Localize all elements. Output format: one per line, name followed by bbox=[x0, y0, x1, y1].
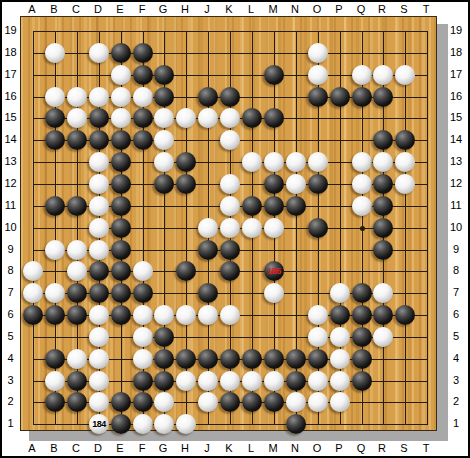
black-stone[interactable]: 185 bbox=[264, 261, 284, 281]
column-label: A bbox=[22, 442, 42, 454]
white-stone[interactable] bbox=[89, 43, 109, 63]
black-stone[interactable] bbox=[111, 130, 131, 150]
black-stone[interactable] bbox=[67, 130, 87, 150]
row-label: 7 bbox=[447, 286, 465, 298]
white-stone[interactable] bbox=[89, 305, 109, 325]
white-stone[interactable] bbox=[176, 305, 196, 325]
column-label: Q bbox=[351, 3, 371, 15]
white-stone[interactable] bbox=[242, 218, 262, 238]
row-label: 5 bbox=[447, 330, 465, 342]
black-stone[interactable] bbox=[176, 349, 196, 369]
white-stone[interactable] bbox=[308, 392, 328, 412]
white-stone[interactable] bbox=[89, 87, 109, 107]
white-stone[interactable] bbox=[89, 174, 109, 194]
row-label: 5 bbox=[2, 330, 19, 342]
black-stone[interactable] bbox=[352, 87, 372, 107]
white-stone[interactable] bbox=[23, 283, 43, 303]
black-stone[interactable] bbox=[308, 218, 328, 238]
black-stone[interactable] bbox=[264, 196, 284, 216]
white-stone[interactable] bbox=[133, 327, 153, 347]
row-label: 4 bbox=[2, 352, 19, 364]
black-stone[interactable] bbox=[111, 283, 131, 303]
row-label: 12 bbox=[447, 177, 465, 189]
white-stone[interactable] bbox=[220, 108, 240, 128]
row-label: 10 bbox=[2, 221, 19, 233]
white-stone[interactable] bbox=[45, 371, 65, 391]
white-stone[interactable] bbox=[220, 130, 240, 150]
black-stone[interactable] bbox=[133, 130, 153, 150]
white-stone[interactable] bbox=[198, 392, 218, 412]
white-stone[interactable] bbox=[198, 108, 218, 128]
column-label: P bbox=[329, 3, 349, 15]
white-stone[interactable] bbox=[176, 371, 196, 391]
column-label: G bbox=[153, 442, 173, 454]
white-stone[interactable] bbox=[176, 108, 196, 128]
screenshot-frame: ABCDEFGHJKLMNOPQRST 19181716151413121110… bbox=[0, 0, 470, 458]
white-stone[interactable] bbox=[133, 349, 153, 369]
column-label: O bbox=[307, 3, 327, 15]
white-stone[interactable] bbox=[67, 349, 87, 369]
column-label: B bbox=[44, 3, 64, 15]
black-stone[interactable] bbox=[133, 65, 153, 85]
white-stone[interactable] bbox=[395, 152, 415, 172]
white-stone[interactable] bbox=[352, 152, 372, 172]
black-stone[interactable] bbox=[133, 108, 153, 128]
black-stone[interactable] bbox=[111, 240, 131, 260]
column-label: H bbox=[175, 442, 195, 454]
black-stone[interactable] bbox=[242, 196, 262, 216]
column-label: L bbox=[241, 442, 261, 454]
row-label: 18 bbox=[447, 46, 465, 58]
black-stone[interactable] bbox=[198, 349, 218, 369]
black-stone[interactable] bbox=[45, 196, 65, 216]
white-stone[interactable] bbox=[373, 327, 393, 347]
black-stone[interactable] bbox=[111, 43, 131, 63]
black-stone[interactable] bbox=[373, 240, 393, 260]
white-stone[interactable] bbox=[308, 152, 328, 172]
column-label: D bbox=[88, 442, 108, 454]
white-stone[interactable] bbox=[220, 218, 240, 238]
black-stone[interactable] bbox=[154, 87, 174, 107]
black-stone[interactable] bbox=[286, 371, 306, 391]
white-stone[interactable] bbox=[373, 65, 393, 85]
black-stone[interactable] bbox=[198, 283, 218, 303]
row-label: 17 bbox=[447, 68, 465, 80]
white-stone[interactable] bbox=[154, 305, 174, 325]
column-label: H bbox=[175, 3, 195, 15]
white-stone[interactable] bbox=[111, 87, 131, 107]
row-label: 11 bbox=[2, 199, 19, 211]
white-stone[interactable] bbox=[45, 87, 65, 107]
black-stone[interactable] bbox=[154, 371, 174, 391]
white-stone[interactable] bbox=[286, 174, 306, 194]
column-label: A bbox=[22, 3, 42, 15]
black-stone[interactable] bbox=[154, 65, 174, 85]
row-label: 15 bbox=[2, 111, 19, 123]
column-label: T bbox=[416, 3, 436, 15]
black-stone[interactable] bbox=[373, 305, 393, 325]
white-stone[interactable] bbox=[154, 392, 174, 412]
white-stone[interactable] bbox=[220, 371, 240, 391]
white-stone[interactable] bbox=[89, 349, 109, 369]
column-label: S bbox=[394, 3, 414, 15]
black-stone[interactable] bbox=[45, 108, 65, 128]
white-stone[interactable] bbox=[154, 414, 174, 434]
row-label: 16 bbox=[447, 90, 465, 102]
white-stone[interactable] bbox=[45, 43, 65, 63]
column-label: S bbox=[394, 442, 414, 454]
move-number-label: 185 bbox=[264, 261, 284, 281]
black-stone[interactable] bbox=[111, 174, 131, 194]
white-stone[interactable] bbox=[308, 305, 328, 325]
black-stone[interactable] bbox=[198, 87, 218, 107]
black-stone[interactable] bbox=[111, 305, 131, 325]
white-stone[interactable] bbox=[67, 87, 87, 107]
column-label: M bbox=[263, 442, 283, 454]
black-stone[interactable] bbox=[133, 43, 153, 63]
black-stone[interactable] bbox=[220, 261, 240, 281]
row-label: 12 bbox=[2, 177, 19, 189]
white-stone[interactable] bbox=[330, 392, 350, 412]
black-stone[interactable] bbox=[67, 305, 87, 325]
column-label: G bbox=[153, 3, 173, 15]
column-label: R bbox=[372, 442, 392, 454]
white-stone[interactable] bbox=[220, 174, 240, 194]
black-stone[interactable] bbox=[176, 174, 196, 194]
black-stone[interactable] bbox=[352, 349, 372, 369]
white-stone[interactable] bbox=[286, 152, 306, 172]
column-label: E bbox=[110, 442, 130, 454]
white-stone[interactable] bbox=[220, 196, 240, 216]
white-stone[interactable] bbox=[220, 305, 240, 325]
black-stone[interactable] bbox=[352, 327, 372, 347]
black-stone[interactable] bbox=[89, 130, 109, 150]
black-stone[interactable] bbox=[67, 196, 87, 216]
white-stone[interactable] bbox=[242, 152, 262, 172]
white-stone[interactable] bbox=[373, 283, 393, 303]
row-label: 17 bbox=[2, 68, 19, 80]
white-stone[interactable] bbox=[176, 414, 196, 434]
column-label: P bbox=[329, 442, 349, 454]
white-stone[interactable] bbox=[308, 371, 328, 391]
black-stone[interactable] bbox=[220, 392, 240, 412]
column-label: F bbox=[132, 442, 152, 454]
white-stone[interactable] bbox=[67, 108, 87, 128]
white-stone[interactable] bbox=[352, 174, 372, 194]
white-stone[interactable] bbox=[45, 240, 65, 260]
white-stone[interactable] bbox=[264, 152, 284, 172]
row-label: 15 bbox=[447, 111, 465, 123]
column-label: D bbox=[88, 3, 108, 15]
white-stone[interactable] bbox=[67, 240, 87, 260]
black-stone[interactable] bbox=[133, 283, 153, 303]
row-label: 14 bbox=[2, 133, 19, 145]
black-stone[interactable] bbox=[286, 196, 306, 216]
black-stone[interactable] bbox=[154, 174, 174, 194]
black-stone[interactable] bbox=[111, 392, 131, 412]
white-stone[interactable] bbox=[133, 414, 153, 434]
white-stone[interactable] bbox=[133, 87, 153, 107]
row-label: 19 bbox=[447, 24, 465, 36]
column-label: C bbox=[66, 442, 86, 454]
white-stone[interactable] bbox=[89, 240, 109, 260]
white-stone[interactable] bbox=[198, 305, 218, 325]
white-stone[interactable] bbox=[242, 371, 262, 391]
white-stone[interactable] bbox=[45, 283, 65, 303]
column-label: N bbox=[285, 3, 305, 15]
black-stone[interactable] bbox=[264, 392, 284, 412]
black-stone[interactable] bbox=[373, 87, 393, 107]
black-stone[interactable] bbox=[111, 196, 131, 216]
black-stone[interactable] bbox=[89, 261, 109, 281]
column-label: C bbox=[66, 3, 86, 15]
black-stone[interactable] bbox=[264, 65, 284, 85]
black-stone[interactable] bbox=[352, 371, 372, 391]
black-stone[interactable] bbox=[89, 108, 109, 128]
star-point bbox=[360, 226, 365, 231]
black-stone[interactable] bbox=[133, 392, 153, 412]
row-label: 6 bbox=[2, 308, 19, 320]
white-stone[interactable] bbox=[308, 65, 328, 85]
black-stone[interactable] bbox=[373, 174, 393, 194]
black-stone[interactable] bbox=[176, 261, 196, 281]
white-stone[interactable] bbox=[133, 261, 153, 281]
black-stone[interactable] bbox=[373, 130, 393, 150]
black-stone[interactable] bbox=[176, 152, 196, 172]
black-stone[interactable] bbox=[352, 283, 372, 303]
white-stone[interactable] bbox=[395, 65, 415, 85]
row-label: 3 bbox=[447, 374, 465, 386]
row-label: 7 bbox=[2, 286, 19, 298]
goban[interactable]: 185184 bbox=[20, 16, 437, 431]
black-stone[interactable] bbox=[395, 305, 415, 325]
column-label: F bbox=[132, 3, 152, 15]
black-stone[interactable] bbox=[67, 392, 87, 412]
column-label: B bbox=[44, 442, 64, 454]
black-stone[interactable] bbox=[45, 130, 65, 150]
row-label: 2 bbox=[447, 395, 465, 407]
black-stone[interactable] bbox=[352, 305, 372, 325]
black-stone[interactable] bbox=[154, 349, 174, 369]
black-stone[interactable] bbox=[330, 305, 350, 325]
move-number-label: 184 bbox=[89, 414, 109, 434]
black-stone[interactable] bbox=[395, 130, 415, 150]
white-stone[interactable] bbox=[67, 261, 87, 281]
black-stone[interactable] bbox=[111, 261, 131, 281]
white-stone[interactable] bbox=[395, 174, 415, 194]
row-label: 9 bbox=[447, 243, 465, 255]
black-stone[interactable] bbox=[111, 152, 131, 172]
black-stone[interactable] bbox=[220, 349, 240, 369]
black-stone[interactable] bbox=[242, 349, 262, 369]
black-stone[interactable] bbox=[45, 305, 65, 325]
white-stone[interactable] bbox=[308, 43, 328, 63]
white-stone[interactable] bbox=[89, 327, 109, 347]
white-stone[interactable] bbox=[373, 152, 393, 172]
white-stone[interactable] bbox=[264, 218, 284, 238]
black-stone[interactable] bbox=[45, 349, 65, 369]
row-label: 2 bbox=[2, 395, 19, 407]
column-label: M bbox=[263, 3, 283, 15]
column-label: K bbox=[219, 3, 239, 15]
black-stone[interactable] bbox=[308, 174, 328, 194]
white-stone[interactable] bbox=[133, 305, 153, 325]
white-stone[interactable] bbox=[330, 283, 350, 303]
row-label: 6 bbox=[447, 308, 465, 320]
black-stone[interactable] bbox=[308, 349, 328, 369]
white-stone[interactable] bbox=[198, 218, 218, 238]
row-label: 16 bbox=[2, 90, 19, 102]
white-stone[interactable] bbox=[89, 196, 109, 216]
white-stone[interactable] bbox=[154, 130, 174, 150]
white-stone[interactable] bbox=[330, 349, 350, 369]
row-label: 4 bbox=[447, 352, 465, 364]
row-label: 18 bbox=[2, 46, 19, 58]
white-stone[interactable] bbox=[352, 196, 372, 216]
black-stone[interactable] bbox=[308, 87, 328, 107]
black-stone[interactable] bbox=[111, 218, 131, 238]
white-stone[interactable] bbox=[154, 108, 174, 128]
white-stone[interactable] bbox=[89, 392, 109, 412]
row-label: 10 bbox=[447, 221, 465, 233]
column-label: J bbox=[197, 3, 217, 15]
row-label: 9 bbox=[2, 243, 19, 255]
black-stone[interactable] bbox=[220, 240, 240, 260]
white-stone[interactable]: 184 bbox=[89, 414, 109, 434]
black-stone[interactable] bbox=[67, 283, 87, 303]
black-stone[interactable] bbox=[198, 240, 218, 260]
column-label: K bbox=[219, 442, 239, 454]
column-label: N bbox=[285, 442, 305, 454]
white-stone[interactable] bbox=[264, 371, 284, 391]
row-label: 1 bbox=[447, 417, 465, 429]
black-stone[interactable] bbox=[154, 327, 174, 347]
black-stone[interactable] bbox=[286, 414, 306, 434]
black-stone[interactable] bbox=[264, 174, 284, 194]
row-label: 13 bbox=[447, 155, 465, 167]
black-stone[interactable] bbox=[67, 371, 87, 391]
black-stone[interactable] bbox=[286, 349, 306, 369]
column-label: T bbox=[416, 442, 436, 454]
black-stone[interactable] bbox=[373, 218, 393, 238]
white-stone[interactable] bbox=[89, 152, 109, 172]
row-label: 19 bbox=[2, 24, 19, 36]
black-stone[interactable] bbox=[264, 349, 284, 369]
black-stone[interactable] bbox=[242, 108, 262, 128]
white-stone[interactable] bbox=[154, 152, 174, 172]
white-stone[interactable] bbox=[89, 218, 109, 238]
white-stone[interactable] bbox=[286, 392, 306, 412]
white-stone[interactable] bbox=[264, 283, 284, 303]
row-label: 1 bbox=[2, 417, 19, 429]
black-stone[interactable] bbox=[23, 305, 43, 325]
white-stone[interactable] bbox=[308, 327, 328, 347]
white-stone[interactable] bbox=[352, 65, 372, 85]
black-stone[interactable] bbox=[45, 392, 65, 412]
row-label: 8 bbox=[447, 264, 465, 276]
black-stone[interactable] bbox=[220, 87, 240, 107]
row-label: 13 bbox=[2, 155, 19, 167]
row-label: 11 bbox=[447, 199, 465, 211]
column-label: R bbox=[372, 3, 392, 15]
row-label: 3 bbox=[2, 374, 19, 386]
black-stone[interactable] bbox=[330, 87, 350, 107]
white-stone[interactable] bbox=[89, 371, 109, 391]
black-stone[interactable] bbox=[111, 414, 131, 434]
black-stone[interactable] bbox=[89, 283, 109, 303]
white-stone[interactable] bbox=[330, 327, 350, 347]
column-label: Q bbox=[351, 442, 371, 454]
row-label: 14 bbox=[447, 133, 465, 145]
black-stone[interactable] bbox=[264, 108, 284, 128]
white-stone[interactable] bbox=[198, 371, 218, 391]
white-stone[interactable] bbox=[111, 108, 131, 128]
column-label: J bbox=[197, 442, 217, 454]
black-stone[interactable] bbox=[133, 371, 153, 391]
black-stone[interactable] bbox=[373, 196, 393, 216]
white-stone[interactable] bbox=[111, 65, 131, 85]
column-label: E bbox=[110, 3, 130, 15]
column-label: L bbox=[241, 3, 261, 15]
row-label: 8 bbox=[2, 264, 19, 276]
column-label: O bbox=[307, 442, 327, 454]
black-stone[interactable] bbox=[242, 392, 262, 412]
white-stone[interactable] bbox=[23, 261, 43, 281]
white-stone[interactable] bbox=[330, 371, 350, 391]
